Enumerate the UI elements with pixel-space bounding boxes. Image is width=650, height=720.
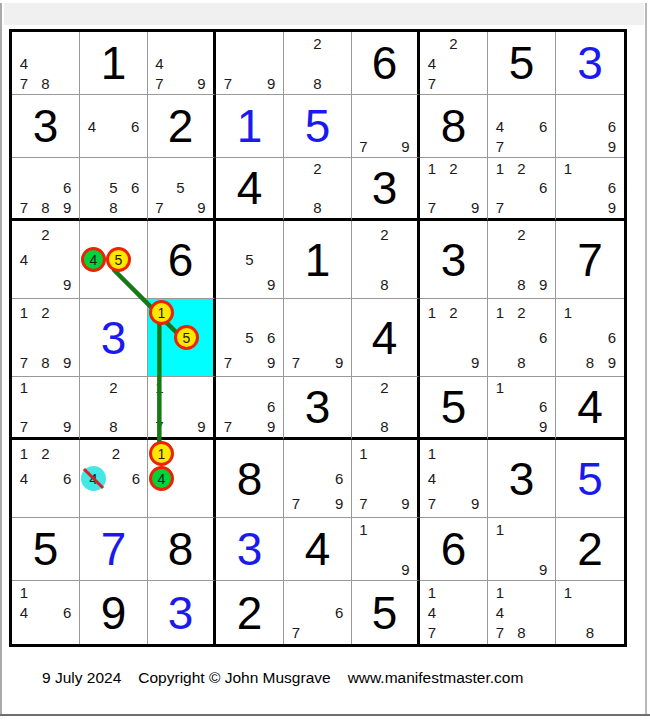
digit-1: 1 [80,32,147,94]
candidate-2: 2 [374,222,395,247]
candidate-9: 9 [191,198,212,217]
candidate-4: 4 [81,116,103,136]
cell-r8c2[interactable]: 7 [80,518,148,581]
digit-1: 1 [284,221,351,298]
candidate-5: 5 [170,178,191,197]
candidate-4: 4 [13,602,35,622]
digit-3: 3 [284,377,351,437]
cell-r8c1[interactable]: 5 [12,518,80,581]
candidate-9: 9 [328,350,350,375]
frame-left-edge [0,3,2,715]
candidate-6: 6 [601,116,623,136]
candidate-2: 2 [511,222,533,247]
cell-r2c3[interactable]: 2 [148,95,216,158]
candidate-8: 8 [374,272,395,297]
candidate-9: 9 [395,559,416,579]
cell-r6c8[interactable]: 169 [488,377,556,440]
candidate-4: 4 [421,602,443,622]
candidate-1: 1 [489,300,511,325]
candidate-1: 1 [421,441,443,466]
candidate-9: 9 [395,491,416,516]
cell-r3c5[interactable]: 28 [284,158,352,221]
candidate-7: 7 [13,417,35,436]
candidate-7: 7 [489,623,511,643]
candidate-1: 1 [13,582,35,602]
candidate-1: 1 [557,300,579,325]
digit-5: 5 [284,95,351,157]
digit-3: 3 [80,299,147,376]
candidate-1: 1 [13,378,35,397]
candidate-6: 6 [532,116,554,136]
cell-r6c4[interactable]: 679 [216,377,284,440]
candidate-7: 7 [149,73,170,93]
cell-r7c5[interactable]: 679 [284,440,352,518]
digit-9: 9 [80,581,147,644]
digit-3: 3 [216,518,283,580]
candidate-7: 7 [13,198,35,217]
digit-5: 5 [352,581,417,644]
cell-r7c2[interactable]: 246 [80,440,148,518]
cell-r3c7[interactable]: 1279 [420,158,488,221]
cell-r6c2[interactable]: 28 [80,377,148,440]
candidate-7: 7 [217,350,239,375]
candidate-9: 9 [328,491,350,516]
cell-r2c6[interactable]: 79 [352,95,420,158]
cell-r1c1[interactable]: 478 [12,32,80,95]
candidate-6: 6 [56,602,78,622]
candidate-7: 7 [421,73,443,93]
cell-r6c6[interactable]: 28 [352,377,420,440]
candidate-9: 9 [191,417,212,436]
candidate-7: 7 [217,73,239,93]
candidate-6: 6 [532,178,554,197]
cell-r7c1[interactable]: 1246 [12,440,80,518]
candidate-8: 8 [511,350,533,375]
digit-2: 2 [148,95,213,157]
candidate-2: 2 [443,33,465,53]
candidate-7: 7 [489,136,511,156]
candidate-1: 1 [353,519,374,539]
cell-r4c9[interactable]: 7 [556,221,624,299]
cell-r6c9[interactable]: 4 [556,377,624,440]
cell-r8c5[interactable]: 4 [284,518,352,581]
candidate-6: 6 [56,178,78,197]
digit-5: 5 [12,518,79,580]
cell-r5c1[interactable]: 12789 [12,299,80,377]
chain-circle-1: 1 [149,300,174,325]
candidate-7: 7 [285,491,307,516]
cell-r4c3[interactable]: 6 [148,221,216,299]
cell-r9c5[interactable]: 67 [284,581,352,644]
candidate-9: 9 [56,198,78,217]
candidate-8: 8 [35,73,57,93]
cell-r3c6[interactable]: 3 [352,158,420,221]
candidate-9: 9 [260,73,282,93]
cell-r5c7[interactable]: 129 [420,299,488,377]
cell-r2c8[interactable]: 467 [488,95,556,158]
cell-r8c8[interactable]: 19 [488,518,556,581]
digit-5: 5 [488,32,555,94]
candidate-7: 7 [13,73,35,93]
cell-r2c7[interactable]: 8 [420,95,488,158]
digit-1: 1 [216,95,283,157]
chain-circle-4: 4 [81,247,106,272]
cell-r5c2[interactable]: 3 [80,299,148,377]
candidate-4: 4 [421,466,443,491]
candidate-7: 7 [421,491,443,516]
candidate-2: 2 [443,159,465,178]
candidate-1: 1 [13,300,35,325]
candidate-9: 9 [260,350,282,375]
candidate-7: 7 [13,350,35,375]
candidate-8: 8 [35,350,57,375]
digit-8: 8 [148,518,213,580]
candidate-8: 8 [307,73,329,93]
cell-r5c8[interactable]: 1268 [488,299,556,377]
candidate-7: 7 [285,623,307,643]
cell-r9c8[interactable]: 1478 [488,581,556,644]
candidate-8: 8 [374,417,395,436]
candidate-2: 2 [511,300,533,325]
candidate-1: 1 [557,159,579,178]
cell-r7c3[interactable]: 14 [148,440,216,518]
candidate-7: 7 [149,198,170,217]
cell-r1c6[interactable]: 6 [352,32,420,95]
candidate-8: 8 [307,198,329,217]
candidate-9: 9 [395,136,416,156]
cell-r4c7[interactable]: 3 [420,221,488,299]
candidate-9: 9 [601,198,623,217]
cell-r9c4[interactable]: 2 [216,581,284,644]
cell-r2c1[interactable]: 3 [12,95,80,158]
candidate-4: 4 [489,116,511,136]
candidate-1: 1 [421,582,443,602]
candidate-2: 2 [307,33,329,53]
candidate-8: 8 [511,623,533,643]
candidate-9: 9 [260,272,282,297]
candidate-5: 5 [103,178,125,197]
cell-r1c8[interactable]: 5 [488,32,556,95]
cell-r9c1[interactable]: 146 [12,581,80,644]
cell-r3c1[interactable]: 6789 [12,158,80,221]
cell-r2c9[interactable]: 69 [556,95,624,158]
cell-r1c4[interactable]: 79 [216,32,284,95]
candidate-1: 1 [13,441,35,466]
candidate-1: 1 [489,582,511,602]
footer-date: 9 July 2024 [42,669,121,687]
digit-2: 2 [216,581,283,644]
cell-r9c9[interactable]: 18 [556,581,624,644]
candidate-6: 6 [56,466,78,491]
candidate-1: 1 [421,159,443,178]
chain-circle-5: 5 [106,247,131,272]
candidate-4: 4 [489,602,511,622]
cell-r6c1[interactable]: 179 [12,377,80,440]
digit-7: 7 [80,518,147,580]
candidate-8: 8 [35,198,57,217]
cell-r6c3[interactable]: 179 [148,377,216,440]
digit-6: 6 [352,32,417,94]
cell-r8c7[interactable]: 6 [420,518,488,581]
cell-r3c4[interactable]: 4 [216,158,284,221]
cell-r7c4[interactable]: 8 [216,440,284,518]
cell-r4c8[interactable]: 289 [488,221,556,299]
cell-r7c8[interactable]: 3 [488,440,556,518]
cell-r9c7[interactable]: 147 [420,581,488,644]
digit-3: 3 [12,95,79,157]
footer-website-link[interactable]: www.manifestmaster.com [348,669,524,687]
candidate-2: 2 [106,441,126,466]
candidate-5: 5 [239,247,261,272]
chain-circle-1: 1 [149,441,174,466]
candidate-9: 9 [191,73,212,93]
candidate-8: 8 [579,623,601,643]
candidate-6: 6 [328,466,350,491]
digit-2: 2 [556,518,624,580]
candidate-1: 1 [421,300,443,325]
candidate-9: 9 [532,559,554,579]
cell-r5c5[interactable]: 79 [284,299,352,377]
candidate-4: 4 [13,53,35,73]
candidate-2: 2 [35,300,57,325]
cell-r8c6[interactable]: 19 [352,518,420,581]
candidate-8: 8 [511,272,533,297]
cell-r2c2[interactable]: 46 [80,95,148,158]
cell-r1c9[interactable]: 3 [556,32,624,95]
footer: 9 July 2024 Copyright © John Musgrave ww… [42,669,523,687]
candidate-8: 8 [103,198,125,217]
candidate-8: 8 [579,350,601,375]
candidate-9: 9 [56,272,78,297]
frame-right-edge [645,3,647,715]
digit-7: 7 [556,221,624,298]
chain-circle-5: 5 [174,325,199,350]
digit-4: 4 [556,377,624,437]
digit-4: 4 [216,158,283,218]
digit-8: 8 [420,95,487,157]
candidate-6: 6 [532,325,554,350]
candidate-9: 9 [464,491,486,516]
candidate-1: 1 [557,582,579,602]
cell-r7c9[interactable]: 5 [556,440,624,518]
candidate-7: 7 [285,350,307,375]
digit-8: 8 [216,440,283,517]
digit-6: 6 [148,221,213,298]
candidate-6: 6 [124,178,146,197]
candidate-6: 6 [532,397,554,416]
candidate-2: 2 [103,378,125,397]
cell-r1c2[interactable]: 1 [80,32,148,95]
footer-copyright: Copyright © John Musgrave [138,669,330,687]
candidate-4: 4 [13,247,35,272]
cell-r3c2[interactable]: 568 [80,158,148,221]
cell-r8c9[interactable]: 2 [556,518,624,581]
digit-3: 3 [488,440,555,517]
candidate-9: 9 [532,272,554,297]
candidate-7: 7 [489,198,511,217]
cell-r5c9[interactable]: 1689 [556,299,624,377]
digit-5: 5 [420,377,487,437]
candidate-1: 1 [489,378,511,397]
digit-6: 6 [420,518,487,580]
candidate-9: 9 [601,350,623,375]
digit-3: 3 [352,158,417,218]
cell-r1c7[interactable]: 247 [420,32,488,95]
candidate-7: 7 [217,417,239,436]
digit-3: 3 [420,221,487,298]
digit-3: 3 [556,32,624,94]
candidate-6: 6 [126,466,146,491]
sudoku-board: 4781479792862475334621579846769678956857… [9,29,627,647]
digit-3: 3 [148,581,213,644]
digit-5: 5 [556,440,624,517]
digit-4: 4 [284,518,351,580]
candidate-7: 7 [421,198,443,217]
candidate-9: 9 [532,417,554,436]
eliminated-candidate-4: 4 [81,466,106,491]
candidate-9: 9 [464,350,486,375]
candidate-7: 7 [149,417,170,436]
candidate-7: 7 [421,623,443,643]
candidate-6: 6 [124,116,146,136]
cell-r9c3[interactable]: 3 [148,581,216,644]
cell-r4c6[interactable]: 28 [352,221,420,299]
candidate-7: 7 [353,136,374,156]
candidate-9: 9 [260,417,282,436]
candidate-6: 6 [601,178,623,197]
digit-4: 4 [352,299,417,376]
window-top-band [4,3,644,25]
candidate-2: 2 [35,441,57,466]
candidate-2: 2 [307,159,329,178]
candidate-7: 7 [353,491,374,516]
cell-r2c5[interactable]: 5 [284,95,352,158]
candidate-9: 9 [56,350,78,375]
cell-r8c4[interactable]: 3 [216,518,284,581]
cell-r4c2[interactable]: 45 [80,221,148,299]
candidate-2: 2 [374,378,395,397]
candidate-2: 2 [443,300,465,325]
cell-r9c6[interactable]: 5 [352,581,420,644]
candidate-9: 9 [464,198,486,217]
candidate-9: 9 [56,417,78,436]
cell-r2c4[interactable]: 1 [216,95,284,158]
candidate-2: 2 [511,159,533,178]
cell-r5c3[interactable]: 15 [148,299,216,377]
candidate-1: 1 [353,441,374,466]
cell-r6c7[interactable]: 5 [420,377,488,440]
candidate-1: 1 [489,159,511,178]
candidate-4: 4 [421,53,443,73]
candidate-6: 6 [260,325,282,350]
cell-r5c4[interactable]: 5679 [216,299,284,377]
cell-r9c2[interactable]: 9 [80,581,148,644]
cell-r3c3[interactable]: 579 [148,158,216,221]
candidate-9: 9 [601,136,623,156]
chain-circle-4: 4 [149,466,174,491]
candidate-2: 2 [35,222,57,247]
cell-r7c7[interactable]: 1479 [420,440,488,518]
candidate-5: 5 [239,325,261,350]
candidate-4: 4 [13,466,35,491]
candidate-1: 1 [489,519,511,539]
cell-r3c9[interactable]: 169 [556,158,624,221]
cell-r4c1[interactable]: 249 [12,221,80,299]
candidate-6: 6 [260,397,282,416]
candidate-6: 6 [328,602,350,622]
cell-r6c5[interactable]: 3 [284,377,352,440]
cell-r1c3[interactable]: 479 [148,32,216,95]
candidate-6: 6 [601,325,623,350]
candidate-1: 1 [149,378,170,397]
frame-bottom-edge [0,714,650,716]
cell-r7c6[interactable]: 179 [352,440,420,518]
cell-r4c5[interactable]: 1 [284,221,352,299]
cell-r5c6[interactable]: 4 [352,299,420,377]
cell-r1c5[interactable]: 28 [284,32,352,95]
cell-r3c8[interactable]: 1267 [488,158,556,221]
candidate-4: 4 [149,53,170,73]
cell-r8c3[interactable]: 8 [148,518,216,581]
cell-r4c4[interactable]: 59 [216,221,284,299]
candidate-8: 8 [103,417,125,436]
